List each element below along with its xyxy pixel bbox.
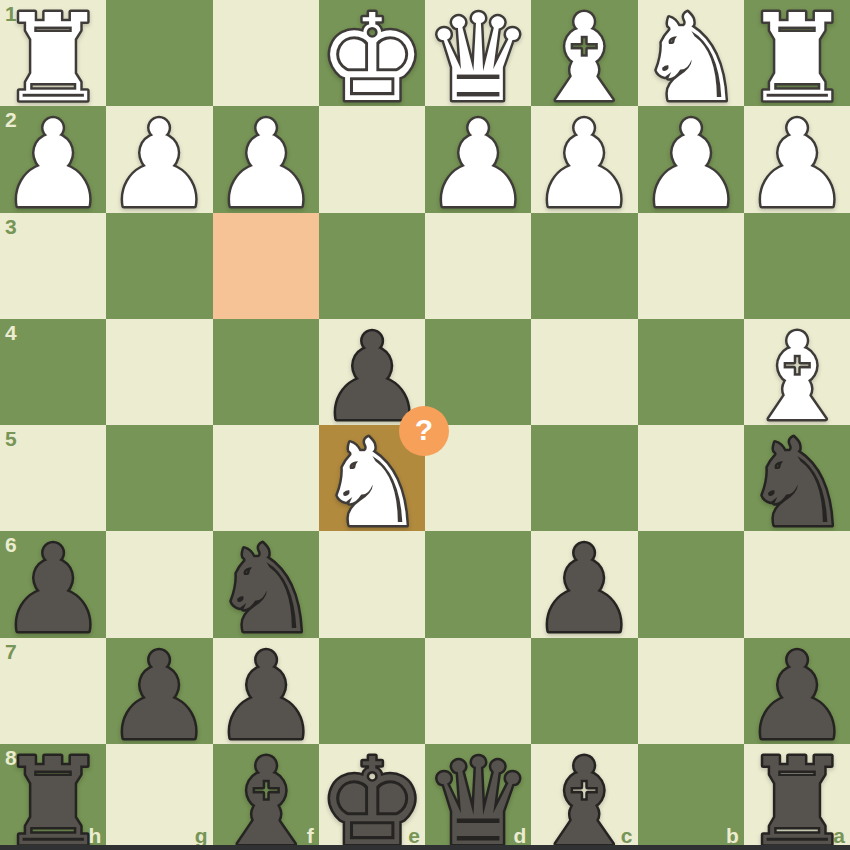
square-h2[interactable]: ♟︎2	[0, 106, 106, 212]
square-g8[interactable]: g	[106, 744, 212, 850]
black-knight-a5[interactable]: ♞︎	[744, 425, 850, 531]
square-e6[interactable]	[319, 531, 425, 637]
board-bottom-edge	[0, 845, 850, 850]
square-g4[interactable]	[106, 319, 212, 425]
square-e8[interactable]: ♚︎e	[319, 744, 425, 850]
square-a5[interactable]: ♞︎	[744, 425, 850, 531]
square-a6[interactable]	[744, 531, 850, 637]
black-pawn-g7[interactable]: ♟︎	[106, 638, 212, 744]
square-f4[interactable]	[213, 319, 319, 425]
rank-label-4: 4	[5, 322, 17, 343]
rank-label-1: 1	[5, 3, 17, 24]
file-label-f: f	[307, 825, 314, 846]
rank-label-7: 7	[5, 641, 17, 662]
square-e3[interactable]	[319, 213, 425, 319]
square-b8[interactable]: b	[638, 744, 744, 850]
square-f3[interactable]	[213, 213, 319, 319]
square-f2[interactable]: ♟︎	[213, 106, 319, 212]
square-b7[interactable]	[638, 638, 744, 744]
square-e4[interactable]: ♟︎	[319, 319, 425, 425]
white-queen-d1[interactable]: ♛︎	[425, 0, 531, 106]
square-d2[interactable]: ♟︎	[425, 106, 531, 212]
square-d1[interactable]: ♛︎	[425, 0, 531, 106]
square-a4[interactable]: ♝︎	[744, 319, 850, 425]
square-b2[interactable]: ♟︎	[638, 106, 744, 212]
white-pawn-c2[interactable]: ♟︎	[531, 106, 637, 212]
square-c7[interactable]	[531, 638, 637, 744]
file-label-h: h	[88, 825, 101, 846]
white-knight-b1[interactable]: ♞︎	[638, 0, 744, 106]
square-g3[interactable]	[106, 213, 212, 319]
file-label-b: b	[726, 825, 739, 846]
square-c2[interactable]: ♟︎	[531, 106, 637, 212]
square-c6[interactable]: ♟︎	[531, 531, 637, 637]
square-c1[interactable]: ♝︎	[531, 0, 637, 106]
square-c3[interactable]	[531, 213, 637, 319]
black-pawn-c6[interactable]: ♟︎	[531, 531, 637, 637]
rank-label-3: 3	[5, 216, 17, 237]
square-g7[interactable]: ♟︎	[106, 638, 212, 744]
chess-board[interactable]: ♜︎1♚︎♛︎♝︎♞︎♜︎♟︎2♟︎♟︎♟︎♟︎♟︎♟︎34♟︎♝︎5♞︎♞︎♟…	[0, 0, 850, 850]
black-knight-f6[interactable]: ♞︎	[213, 531, 319, 637]
file-label-g: g	[195, 825, 208, 846]
square-a3[interactable]	[744, 213, 850, 319]
square-h3[interactable]: 3	[0, 213, 106, 319]
white-bishop-c1[interactable]: ♝︎	[531, 0, 637, 106]
square-g1[interactable]	[106, 0, 212, 106]
white-rook-a1[interactable]: ♜︎	[744, 0, 850, 106]
square-a8[interactable]: ♜︎a	[744, 744, 850, 850]
square-b5[interactable]	[638, 425, 744, 531]
square-d4[interactable]	[425, 319, 531, 425]
square-d3[interactable]	[425, 213, 531, 319]
square-a7[interactable]: ♟︎	[744, 638, 850, 744]
rank-label-5: 5	[5, 428, 17, 449]
rank-label-6: 6	[5, 534, 17, 555]
square-b6[interactable]	[638, 531, 744, 637]
white-pawn-d2[interactable]: ♟︎	[425, 106, 531, 212]
square-a1[interactable]: ♜︎	[744, 0, 850, 106]
square-c4[interactable]	[531, 319, 637, 425]
file-label-a: a	[833, 825, 845, 846]
square-e1[interactable]: ♚︎	[319, 0, 425, 106]
rank-label-2: 2	[5, 109, 17, 130]
file-label-e: e	[408, 825, 420, 846]
black-bishop-f8[interactable]: ♝︎	[213, 744, 319, 850]
square-b4[interactable]	[638, 319, 744, 425]
square-d7[interactable]	[425, 638, 531, 744]
black-pawn-f7[interactable]: ♟︎	[213, 638, 319, 744]
square-c5[interactable]	[531, 425, 637, 531]
square-c8[interactable]: ♝︎c	[531, 744, 637, 850]
white-bishop-a4[interactable]: ♝︎	[744, 319, 850, 425]
square-h6[interactable]: ♟︎6	[0, 531, 106, 637]
square-h4[interactable]: 4	[0, 319, 106, 425]
square-a2[interactable]: ♟︎	[744, 106, 850, 212]
square-g2[interactable]: ♟︎	[106, 106, 212, 212]
square-g6[interactable]	[106, 531, 212, 637]
white-king-e1[interactable]: ♚︎	[319, 0, 425, 106]
white-pawn-b2[interactable]: ♟︎	[638, 106, 744, 212]
square-b1[interactable]: ♞︎	[638, 0, 744, 106]
square-h1[interactable]: ♜︎1	[0, 0, 106, 106]
square-h7[interactable]: 7	[0, 638, 106, 744]
question-mark-icon: ?	[415, 415, 433, 445]
mistake-badge: ?	[399, 406, 449, 456]
file-label-c: c	[621, 825, 633, 846]
black-pawn-a7[interactable]: ♟︎	[744, 638, 850, 744]
square-f6[interactable]: ♞︎	[213, 531, 319, 637]
square-f5[interactable]	[213, 425, 319, 531]
square-f1[interactable]	[213, 0, 319, 106]
square-e7[interactable]	[319, 638, 425, 744]
white-pawn-f2[interactable]: ♟︎	[213, 106, 319, 212]
rank-label-8: 8	[5, 747, 17, 768]
square-d6[interactable]	[425, 531, 531, 637]
square-f7[interactable]: ♟︎	[213, 638, 319, 744]
svg-text:♝︎: ♝︎	[212, 732, 320, 850]
square-d8[interactable]: ♛︎d	[425, 744, 531, 850]
square-e2[interactable]	[319, 106, 425, 212]
square-b3[interactable]	[638, 213, 744, 319]
white-pawn-g2[interactable]: ♟︎	[106, 106, 212, 212]
file-label-d: d	[513, 825, 526, 846]
square-f8[interactable]: ♝︎f	[213, 744, 319, 850]
square-h8[interactable]: ♜︎8h	[0, 744, 106, 850]
black-pawn-e4[interactable]: ♟︎	[319, 319, 425, 425]
square-h5[interactable]: 5	[0, 425, 106, 531]
square-g5[interactable]	[106, 425, 212, 531]
white-pawn-a2[interactable]: ♟︎	[744, 106, 850, 212]
